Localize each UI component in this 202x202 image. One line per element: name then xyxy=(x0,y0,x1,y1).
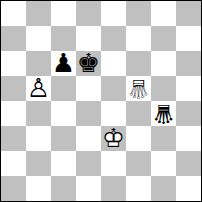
black-pawn-glyph: ♟ xyxy=(51,51,76,76)
square-a1[interactable] xyxy=(1,176,26,201)
square-a6[interactable] xyxy=(1,51,26,76)
square-f3[interactable] xyxy=(126,126,151,151)
square-h5[interactable] xyxy=(176,76,201,101)
square-e1[interactable] xyxy=(101,176,126,201)
square-b8[interactable] xyxy=(26,1,51,26)
square-c3[interactable] xyxy=(51,126,76,151)
white-king-outline-glyph: ♔ xyxy=(101,126,126,151)
square-g4[interactable]: ♛ xyxy=(151,101,176,126)
square-e6[interactable] xyxy=(101,51,126,76)
chess-board: ♟♚♟♙♛♕♛♚♔ xyxy=(0,0,202,202)
square-d6[interactable]: ♚ xyxy=(76,51,101,76)
square-d8[interactable] xyxy=(76,1,101,26)
square-a5[interactable] xyxy=(1,76,26,101)
square-g5[interactable] xyxy=(151,76,176,101)
piece-white-grasshopper[interactable]: ♛♕ xyxy=(126,76,151,101)
square-b1[interactable] xyxy=(26,176,51,201)
square-f6[interactable] xyxy=(126,51,151,76)
square-a4[interactable] xyxy=(1,101,26,126)
square-h6[interactable] xyxy=(176,51,201,76)
square-h4[interactable] xyxy=(176,101,201,126)
square-f2[interactable] xyxy=(126,151,151,176)
square-c6[interactable]: ♟ xyxy=(51,51,76,76)
square-b5[interactable]: ♟♙ xyxy=(26,76,51,101)
white-grasshopper-outline-glyph: ♕ xyxy=(126,76,151,101)
square-f8[interactable] xyxy=(126,1,151,26)
square-g8[interactable] xyxy=(151,1,176,26)
square-d3[interactable] xyxy=(76,126,101,151)
square-c5[interactable] xyxy=(51,76,76,101)
piece-white-king[interactable]: ♚♔ xyxy=(101,126,126,151)
square-d5[interactable] xyxy=(76,76,101,101)
square-f4[interactable] xyxy=(126,101,151,126)
piece-black-pawn[interactable]: ♟ xyxy=(51,51,76,76)
square-a3[interactable] xyxy=(1,126,26,151)
square-e5[interactable] xyxy=(101,76,126,101)
square-f7[interactable] xyxy=(126,26,151,51)
square-h1[interactable] xyxy=(176,176,201,201)
square-g3[interactable] xyxy=(151,126,176,151)
square-d2[interactable] xyxy=(76,151,101,176)
square-g2[interactable] xyxy=(151,151,176,176)
square-c8[interactable] xyxy=(51,1,76,26)
square-e2[interactable] xyxy=(101,151,126,176)
square-g6[interactable] xyxy=(151,51,176,76)
square-h2[interactable] xyxy=(176,151,201,176)
square-b4[interactable] xyxy=(26,101,51,126)
square-h8[interactable] xyxy=(176,1,201,26)
square-c1[interactable] xyxy=(51,176,76,201)
piece-white-pawn[interactable]: ♟♙ xyxy=(26,76,51,101)
black-king-glyph: ♚ xyxy=(76,51,101,76)
square-c4[interactable] xyxy=(51,101,76,126)
square-e8[interactable] xyxy=(101,1,126,26)
square-d1[interactable] xyxy=(76,176,101,201)
piece-black-grasshopper[interactable]: ♛ xyxy=(151,101,176,126)
square-b2[interactable] xyxy=(26,151,51,176)
square-f5[interactable]: ♛♕ xyxy=(126,76,151,101)
piece-black-king[interactable]: ♚ xyxy=(76,51,101,76)
square-a7[interactable] xyxy=(1,26,26,51)
square-d4[interactable] xyxy=(76,101,101,126)
square-h7[interactable] xyxy=(176,26,201,51)
square-a2[interactable] xyxy=(1,151,26,176)
square-b7[interactable] xyxy=(26,26,51,51)
white-pawn-outline-glyph: ♙ xyxy=(26,76,51,101)
chess-diagram: ♟♚♟♙♛♕♛♚♔ xyxy=(0,0,202,202)
square-c2[interactable] xyxy=(51,151,76,176)
square-h3[interactable] xyxy=(176,126,201,151)
square-b3[interactable] xyxy=(26,126,51,151)
black-grasshopper-glyph: ♛ xyxy=(151,101,176,126)
square-f1[interactable] xyxy=(126,176,151,201)
square-e3[interactable]: ♚♔ xyxy=(101,126,126,151)
square-a8[interactable] xyxy=(1,1,26,26)
square-g7[interactable] xyxy=(151,26,176,51)
square-e7[interactable] xyxy=(101,26,126,51)
square-g1[interactable] xyxy=(151,176,176,201)
